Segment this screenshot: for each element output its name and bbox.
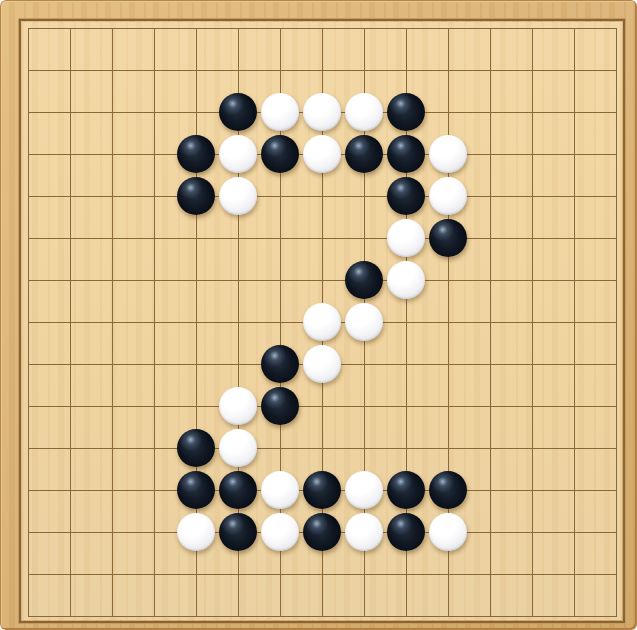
stones-layer (7, 7, 637, 630)
black-stone[interactable] (387, 135, 425, 173)
white-stone[interactable] (387, 261, 425, 299)
white-stone[interactable] (303, 303, 341, 341)
black-stone[interactable] (387, 513, 425, 551)
white-stone[interactable] (303, 345, 341, 383)
white-stone[interactable] (345, 513, 383, 551)
black-stone[interactable] (345, 261, 383, 299)
black-stone[interactable] (261, 135, 299, 173)
black-stone[interactable] (387, 177, 425, 215)
black-stone[interactable] (429, 219, 467, 257)
black-stone[interactable] (177, 429, 215, 467)
white-stone[interactable] (345, 471, 383, 509)
white-stone[interactable] (345, 303, 383, 341)
white-stone[interactable] (429, 177, 467, 215)
black-stone[interactable] (345, 135, 383, 173)
black-stone[interactable] (387, 471, 425, 509)
white-stone[interactable] (219, 135, 257, 173)
white-stone[interactable] (261, 93, 299, 131)
white-stone[interactable] (387, 219, 425, 257)
white-stone[interactable] (261, 471, 299, 509)
black-stone[interactable] (261, 345, 299, 383)
white-stone[interactable] (219, 429, 257, 467)
black-stone[interactable] (177, 135, 215, 173)
black-stone[interactable] (303, 471, 341, 509)
white-stone[interactable] (429, 135, 467, 173)
white-stone[interactable] (219, 387, 257, 425)
white-stone[interactable] (303, 135, 341, 173)
black-stone[interactable] (219, 471, 257, 509)
black-stone[interactable] (387, 93, 425, 131)
white-stone[interactable] (429, 513, 467, 551)
black-stone[interactable] (177, 177, 215, 215)
black-stone[interactable] (219, 513, 257, 551)
white-stone[interactable] (219, 177, 257, 215)
black-stone[interactable] (261, 387, 299, 425)
black-stone[interactable] (429, 471, 467, 509)
black-stone[interactable] (177, 471, 215, 509)
white-stone[interactable] (345, 93, 383, 131)
white-stone[interactable] (177, 513, 215, 551)
white-stone[interactable] (303, 93, 341, 131)
goban-board (0, 0, 637, 630)
white-stone[interactable] (261, 513, 299, 551)
black-stone[interactable] (219, 93, 257, 131)
black-stone[interactable] (303, 513, 341, 551)
